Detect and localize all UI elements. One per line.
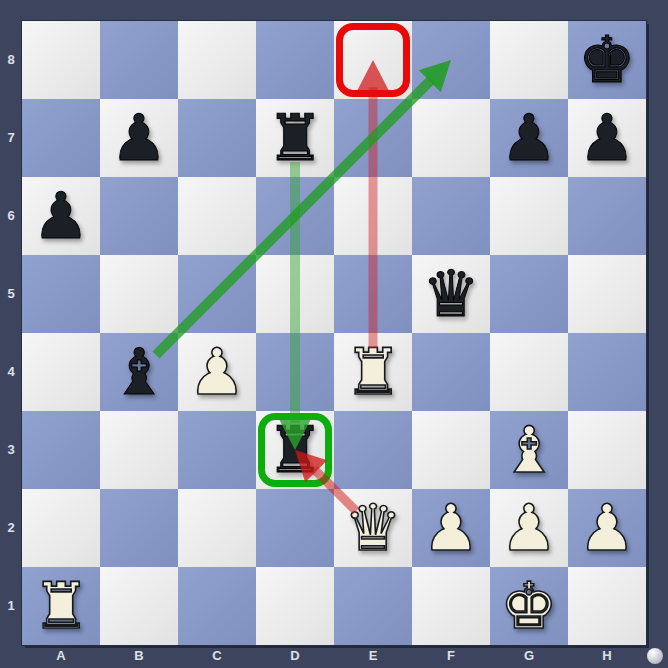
square-e7[interactable] [334,99,412,177]
file-label-F: F [412,645,490,668]
file-label-C: C [178,645,256,668]
square-d5[interactable] [256,255,334,333]
rank-label-6: 6 [0,177,22,255]
square-e1[interactable] [334,567,412,645]
square-h5[interactable] [568,255,646,333]
square-b1[interactable] [100,567,178,645]
square-c4[interactable]: ♟ [178,333,256,411]
square-e4[interactable]: ♜ [334,333,412,411]
square-c5[interactable] [178,255,256,333]
square-h2[interactable]: ♟ [568,489,646,567]
square-a8[interactable] [22,21,100,99]
rank-labels: 87654321 [0,21,22,645]
square-f4[interactable] [412,333,490,411]
square-b7[interactable]: ♟ [100,99,178,177]
piece-white-pawn[interactable]: ♟ [188,333,245,411]
square-c2[interactable] [178,489,256,567]
square-d4[interactable] [256,333,334,411]
rank-label-1: 1 [0,567,22,645]
square-f5[interactable]: ♛ [412,255,490,333]
square-g1[interactable]: ♚ [490,567,568,645]
board-grid: ♚♟♜♟♟♟♛♝♟♜♜♝♛♟♟♟♜♚ [22,21,646,645]
square-g3[interactable]: ♝ [490,411,568,489]
rank-label-8: 8 [0,21,22,99]
square-b2[interactable] [100,489,178,567]
piece-white-pawn[interactable]: ♟ [422,489,479,567]
file-label-B: B [100,645,178,668]
rank-label-7: 7 [0,99,22,177]
file-label-A: A [22,645,100,668]
square-f2[interactable]: ♟ [412,489,490,567]
white-to-move-indicator [647,648,663,664]
square-f8[interactable] [412,21,490,99]
square-h4[interactable] [568,333,646,411]
square-h3[interactable] [568,411,646,489]
square-g8[interactable] [490,21,568,99]
square-e2[interactable]: ♛ [334,489,412,567]
piece-black-pawn[interactable]: ♟ [500,99,557,177]
square-e5[interactable] [334,255,412,333]
square-b3[interactable] [100,411,178,489]
square-d7[interactable]: ♜ [256,99,334,177]
square-d3[interactable]: ♜ [256,411,334,489]
square-f1[interactable] [412,567,490,645]
piece-white-bishop[interactable]: ♝ [500,411,557,489]
file-label-H: H [568,645,646,668]
square-d1[interactable] [256,567,334,645]
highlight-e8 [336,23,410,97]
square-b5[interactable] [100,255,178,333]
rank-label-4: 4 [0,333,22,411]
square-a4[interactable] [22,333,100,411]
square-d6[interactable] [256,177,334,255]
square-a2[interactable] [22,489,100,567]
square-g6[interactable] [490,177,568,255]
square-c6[interactable] [178,177,256,255]
square-d8[interactable] [256,21,334,99]
square-g2[interactable]: ♟ [490,489,568,567]
board-frame: 87654321 ABCDEFGH ♚♟♜♟♟♟♛♝♟♜♜♝♛♟♟♟♜♚ [0,0,668,668]
piece-black-queen[interactable]: ♛ [422,255,479,333]
square-f7[interactable] [412,99,490,177]
square-b4[interactable]: ♝ [100,333,178,411]
square-a6[interactable]: ♟ [22,177,100,255]
square-c8[interactable] [178,21,256,99]
chess-board: ♚♟♜♟♟♟♛♝♟♜♜♝♛♟♟♟♜♚ [22,21,646,645]
square-c3[interactable] [178,411,256,489]
piece-black-bishop[interactable]: ♝ [110,333,167,411]
piece-black-pawn[interactable]: ♟ [110,99,167,177]
piece-black-rook[interactable]: ♜ [266,99,323,177]
piece-black-pawn[interactable]: ♟ [32,177,89,255]
piece-white-rook[interactable]: ♜ [32,567,89,645]
rank-label-5: 5 [0,255,22,333]
square-h7[interactable]: ♟ [568,99,646,177]
square-b8[interactable] [100,21,178,99]
square-f6[interactable] [412,177,490,255]
square-a7[interactable] [22,99,100,177]
piece-white-pawn[interactable]: ♟ [500,489,557,567]
square-e6[interactable] [334,177,412,255]
file-label-G: G [490,645,568,668]
square-e8[interactable] [334,21,412,99]
file-label-D: D [256,645,334,668]
square-a3[interactable] [22,411,100,489]
square-h8[interactable]: ♚ [568,21,646,99]
file-labels: ABCDEFGH [22,645,646,668]
square-a5[interactable] [22,255,100,333]
square-g5[interactable] [490,255,568,333]
file-label-E: E [334,645,412,668]
square-h1[interactable] [568,567,646,645]
square-d2[interactable] [256,489,334,567]
rank-label-3: 3 [0,411,22,489]
rank-label-2: 2 [0,489,22,567]
square-g4[interactable] [490,333,568,411]
piece-black-king[interactable]: ♚ [578,21,635,99]
square-a1[interactable]: ♜ [22,567,100,645]
square-h6[interactable] [568,177,646,255]
square-f3[interactable] [412,411,490,489]
piece-black-rook[interactable]: ♜ [266,411,323,489]
piece-white-rook[interactable]: ♜ [344,333,401,411]
piece-black-pawn[interactable]: ♟ [578,99,635,177]
square-c1[interactable] [178,567,256,645]
square-g7[interactable]: ♟ [490,99,568,177]
square-e3[interactable] [334,411,412,489]
piece-white-king[interactable]: ♚ [500,567,557,645]
piece-white-pawn[interactable]: ♟ [578,489,635,567]
piece-white-queen[interactable]: ♛ [344,489,401,567]
square-b6[interactable] [100,177,178,255]
square-c7[interactable] [178,99,256,177]
